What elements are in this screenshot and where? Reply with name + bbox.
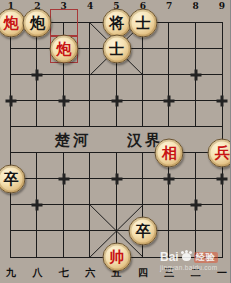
piece-red-elephant[interactable]: 相 [155,139,184,168]
board-cell [11,127,37,153]
bottom-coordinate-1: 九 [6,266,16,280]
baidu-logo: Bai 经验 [160,251,218,263]
board-cell [90,205,116,231]
piece-red-cannon[interactable]: 炮 [49,35,78,64]
top-coordinate-8: 8 [192,1,198,11]
piece-black-advisor[interactable]: 士 [102,35,131,64]
jingyan-logo-text: 经验 [194,252,218,263]
point-marker [164,96,175,107]
piece-black-cannon[interactable]: 炮 [23,9,52,38]
board-cell [169,23,195,49]
point-marker [58,96,69,107]
point-marker [111,96,122,107]
point-marker [190,70,201,81]
point-marker [32,70,43,81]
piece-black-soldier[interactable]: 卒 [128,217,157,246]
bottom-coordinate-4: 六 [85,266,95,280]
point-marker [217,96,228,107]
bottom-coordinate-6: 四 [138,266,148,280]
top-coordinate-7: 7 [166,1,172,11]
board-cell [64,231,90,257]
board-cell [37,231,63,257]
point-marker [6,96,17,107]
baidu-paw-icon [182,253,191,261]
point-marker [58,174,69,185]
board-cell [90,127,116,153]
top-coordinate-9: 9 [219,1,225,11]
point-marker [111,174,122,185]
point-marker [190,200,201,211]
last-move-from-highlight [50,9,78,37]
piece-red-soldier[interactable]: 兵 [208,139,231,168]
board-cell [196,23,222,49]
bottom-coordinate-9: 一 [217,266,227,280]
piece-black-advisor[interactable]: 士 [128,9,157,38]
piece-red-general[interactable]: 帅 [102,243,131,272]
board-cell [143,49,169,75]
bottom-coordinate-2: 八 [32,266,42,280]
point-marker [32,200,43,211]
point-marker [217,174,228,185]
board-cell [64,205,90,231]
board-cell [11,231,37,257]
piece-black-general[interactable]: 将 [102,9,131,38]
baidu-watermark: Bai 经验 jingyan.baidu.com [160,251,218,272]
river-label-chu-he: 楚河 [55,131,91,150]
watermark-url: jingyan.baidu.com [160,265,218,272]
point-marker [164,174,175,185]
xiangqi-board-screenshot: 楚河 汉界 Bai 经验 jingyan.baidu.com 123456789… [0,0,230,283]
top-coordinate-4: 4 [87,1,93,11]
baidu-logo-text: Bai [160,251,179,263]
bottom-coordinate-3: 七 [59,266,69,280]
